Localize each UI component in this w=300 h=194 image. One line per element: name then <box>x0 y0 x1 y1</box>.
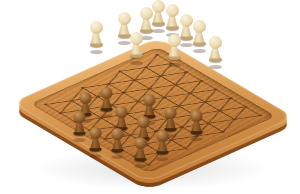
peg-head <box>100 86 112 98</box>
peg-head <box>209 36 222 49</box>
light-peg[interactable] <box>165 4 180 36</box>
peg-head <box>143 93 155 105</box>
peg-head <box>166 4 179 17</box>
dark-peg[interactable] <box>155 129 169 159</box>
light-peg[interactable] <box>208 36 223 68</box>
peg-head <box>79 91 91 103</box>
peg-head <box>168 34 181 47</box>
peg-head <box>137 115 149 127</box>
peg-head <box>89 126 101 138</box>
peg-head <box>90 21 103 34</box>
dark-peg[interactable] <box>189 109 203 139</box>
scene <box>0 0 300 194</box>
peg-head <box>115 105 127 117</box>
peg-head <box>134 136 146 148</box>
peg-head <box>111 127 123 139</box>
dark-peg[interactable] <box>99 86 113 116</box>
pegs-layer <box>0 0 300 194</box>
dark-peg[interactable] <box>72 110 86 140</box>
light-peg[interactable] <box>192 20 207 52</box>
light-peg[interactable] <box>89 21 104 53</box>
peg-head <box>156 129 168 141</box>
dark-peg[interactable] <box>110 127 124 157</box>
dark-peg[interactable] <box>133 136 147 166</box>
peg-head <box>140 7 153 20</box>
peg-head <box>190 109 202 121</box>
light-peg[interactable] <box>167 34 182 66</box>
peg-head <box>118 12 131 25</box>
peg-head <box>73 110 85 122</box>
peg-head <box>193 20 206 33</box>
peg-head <box>164 106 176 118</box>
dark-peg[interactable] <box>88 126 102 156</box>
peg-head <box>130 32 143 45</box>
light-peg[interactable] <box>129 32 144 64</box>
